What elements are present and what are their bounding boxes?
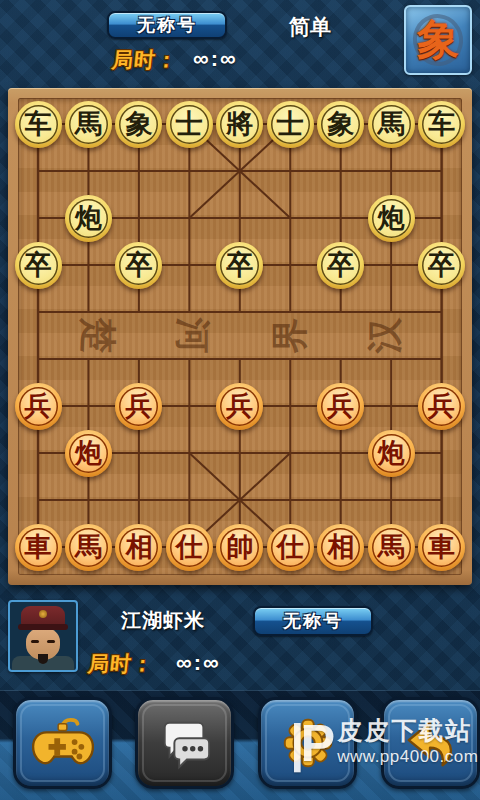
black-piece-士[interactable]: 士 — [267, 101, 314, 148]
piece-character: 炮 — [372, 434, 411, 473]
piece-character: 兵 — [422, 387, 461, 426]
red-piece-相[interactable]: 相 — [115, 524, 162, 571]
player-time-label: 局时： — [87, 650, 156, 678]
black-piece-馬[interactable]: 馬 — [368, 101, 415, 148]
piece-character: 仕 — [170, 528, 209, 567]
player-avatar[interactable] — [8, 600, 78, 672]
red-piece-兵[interactable]: 兵 — [317, 383, 364, 430]
bottom-toolbar — [0, 690, 480, 800]
black-piece-车[interactable]: 车 — [15, 101, 62, 148]
opponent-avatar[interactable]: 象 — [404, 5, 472, 75]
red-piece-兵[interactable]: 兵 — [15, 383, 62, 430]
piece-character: 馬 — [69, 528, 108, 567]
piece-character: 車 — [19, 528, 58, 567]
piece-character: 卒 — [321, 246, 360, 285]
difficulty-label: 简单 — [270, 13, 350, 41]
red-piece-車[interactable]: 車 — [418, 524, 465, 571]
black-piece-象[interactable]: 象 — [115, 101, 162, 148]
piece-character: 兵 — [119, 387, 158, 426]
red-piece-炮[interactable]: 炮 — [65, 430, 112, 477]
black-piece-炮[interactable]: 炮 — [368, 195, 415, 242]
red-piece-兵[interactable]: 兵 — [115, 383, 162, 430]
piece-character: 相 — [119, 528, 158, 567]
red-piece-兵[interactable]: 兵 — [216, 383, 263, 430]
piece-character: 车 — [19, 105, 58, 144]
black-piece-將[interactable]: 將 — [216, 101, 263, 148]
piece-character: 士 — [170, 105, 209, 144]
piece-character: 帥 — [220, 528, 259, 567]
gamepad-icon — [32, 715, 94, 771]
avatar-face — [26, 628, 60, 660]
piece-character: 炮 — [69, 434, 108, 473]
avatar-hat — [21, 606, 65, 626]
black-piece-炮[interactable]: 炮 — [65, 195, 112, 242]
red-piece-仕[interactable]: 仕 — [267, 524, 314, 571]
back-button[interactable] — [381, 697, 480, 789]
piece-character: 馬 — [372, 528, 411, 567]
red-piece-相[interactable]: 相 — [317, 524, 364, 571]
piece-character: 炮 — [372, 199, 411, 238]
game-screen: 无称号 简单 象 局时： ∞:∞ 楚河界汉 车馬象士將士象馬车炮炮卒卒卒卒卒兵兵… — [0, 0, 480, 800]
piece-character: 车 — [422, 105, 461, 144]
piece-character: 卒 — [422, 246, 461, 285]
black-piece-卒[interactable]: 卒 — [115, 242, 162, 289]
black-piece-象[interactable]: 象 — [317, 101, 364, 148]
chat-button[interactable] — [135, 697, 234, 789]
opponent-time-value: ∞:∞ — [193, 46, 238, 72]
back-arrow-icon — [401, 715, 461, 771]
piece-character: 炮 — [69, 199, 108, 238]
red-piece-馬[interactable]: 馬 — [368, 524, 415, 571]
red-piece-兵[interactable]: 兵 — [418, 383, 465, 430]
piece-character: 卒 — [19, 246, 58, 285]
avatar-eye — [47, 640, 55, 643]
red-piece-仕[interactable]: 仕 — [166, 524, 213, 571]
piece-character: 象 — [119, 105, 158, 144]
avatar-hat-brim — [18, 624, 68, 630]
piece-character: 將 — [220, 105, 259, 144]
player-time-value: ∞:∞ — [176, 650, 221, 676]
player-title-badge[interactable]: 无称号 — [253, 606, 373, 636]
game-button[interactable] — [13, 697, 112, 789]
piece-character: 相 — [321, 528, 360, 567]
opponent-time-label: 局时： — [111, 46, 180, 74]
gear-icon — [279, 714, 337, 772]
black-piece-卒[interactable]: 卒 — [15, 242, 62, 289]
player-name: 江湖虾米 — [88, 607, 238, 634]
avatar-beard — [38, 654, 48, 664]
red-piece-炮[interactable]: 炮 — [368, 430, 415, 477]
chat-icon — [156, 715, 214, 771]
red-piece-車[interactable]: 車 — [15, 524, 62, 571]
opponent-title-badge[interactable]: 无称号 — [107, 11, 227, 39]
black-piece-卒[interactable]: 卒 — [317, 242, 364, 289]
black-piece-士[interactable]: 士 — [166, 101, 213, 148]
red-piece-帥[interactable]: 帥 — [216, 524, 263, 571]
pieces-layer: 车馬象士將士象馬车炮炮卒卒卒卒卒兵兵兵兵兵炮炮車馬相仕帥仕相馬車 — [8, 88, 472, 585]
piece-character: 兵 — [321, 387, 360, 426]
black-piece-馬[interactable]: 馬 — [65, 101, 112, 148]
piece-character: 馬 — [69, 105, 108, 144]
black-piece-车[interactable]: 车 — [418, 101, 465, 148]
piece-character: 卒 — [220, 246, 259, 285]
piece-character: 兵 — [19, 387, 58, 426]
piece-character: 兵 — [220, 387, 259, 426]
black-piece-卒[interactable]: 卒 — [418, 242, 465, 289]
settings-button[interactable] — [258, 697, 357, 789]
red-piece-馬[interactable]: 馬 — [65, 524, 112, 571]
piece-character: 士 — [271, 105, 310, 144]
avatar-eye — [31, 640, 39, 643]
elephant-piece-icon: 象 — [417, 12, 459, 68]
piece-character: 車 — [422, 528, 461, 567]
xiangqi-board[interactable]: 楚河界汉 车馬象士將士象馬车炮炮卒卒卒卒卒兵兵兵兵兵炮炮車馬相仕帥仕相馬車 — [8, 88, 472, 585]
piece-character: 仕 — [271, 528, 310, 567]
black-piece-卒[interactable]: 卒 — [216, 242, 263, 289]
piece-character: 象 — [321, 105, 360, 144]
piece-character: 馬 — [372, 105, 411, 144]
piece-character: 卒 — [119, 246, 158, 285]
